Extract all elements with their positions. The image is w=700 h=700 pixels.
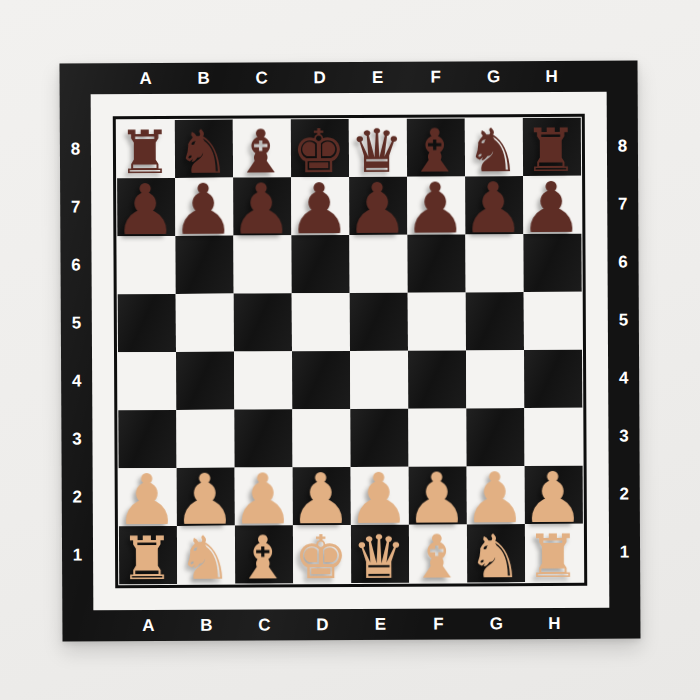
rank-label-3: 3: [608, 407, 639, 465]
file-label-A: A: [119, 610, 177, 641]
square-e7[interactable]: ♟: [349, 177, 407, 235]
square-d5[interactable]: [292, 293, 350, 351]
file-label-B: B: [177, 610, 235, 641]
square-d2[interactable]: ♟: [293, 467, 351, 525]
file-label-D: D: [290, 62, 348, 93]
piece-white-knight-g1[interactable]: ♞: [468, 526, 522, 586]
file-label-F: F: [409, 608, 467, 639]
square-g4[interactable]: [466, 350, 524, 408]
rank-label-2: 2: [62, 468, 93, 526]
rank-label-1: 1: [609, 523, 640, 581]
square-f2[interactable]: ♟: [409, 466, 467, 524]
file-labels-bottom: ABCDEFGH: [119, 608, 583, 641]
square-b4[interactable]: [176, 352, 234, 410]
piece-black-pawn-e7[interactable]: ♟: [346, 174, 409, 244]
square-d1[interactable]: ♚: [293, 525, 351, 583]
piece-black-pawn-g7[interactable]: ♟: [462, 173, 525, 243]
square-e5[interactable]: [350, 293, 408, 351]
square-h7[interactable]: ♟: [523, 176, 581, 234]
square-h2[interactable]: ♟: [525, 466, 583, 524]
rank-label-7: 7: [60, 178, 91, 236]
file-label-B: B: [174, 63, 232, 94]
square-a5[interactable]: [118, 294, 176, 352]
chess-board: ABCDEFGH ABCDEFGH 87654321 87654321 ♜♞♝♚…: [59, 60, 640, 641]
file-label-C: C: [235, 609, 293, 640]
piece-white-rook-h1[interactable]: ♜: [526, 526, 580, 586]
rank-label-4: 4: [608, 349, 639, 407]
piece-white-bishop-f1[interactable]: ♝: [410, 526, 464, 586]
piece-white-queen-e1[interactable]: ♛: [352, 527, 406, 587]
square-a2[interactable]: ♟: [119, 468, 177, 526]
rank-label-8: 8: [607, 117, 638, 175]
file-label-C: C: [232, 62, 290, 93]
piece-white-bishop-c1[interactable]: ♝: [236, 527, 290, 587]
piece-white-knight-b1[interactable]: ♞: [178, 528, 232, 588]
rank-label-3: 3: [61, 410, 92, 468]
square-g1[interactable]: ♞: [467, 524, 525, 582]
file-label-E: E: [351, 609, 409, 640]
square-c1[interactable]: ♝: [235, 525, 293, 583]
square-a4[interactable]: [118, 352, 176, 410]
rank-label-6: 6: [607, 233, 638, 291]
square-b5[interactable]: [176, 294, 234, 352]
square-f5[interactable]: [408, 292, 466, 350]
piece-white-rook-a1[interactable]: ♜: [120, 528, 174, 588]
rank-label-5: 5: [608, 291, 639, 349]
file-label-G: G: [467, 608, 525, 639]
file-label-E: E: [348, 62, 406, 93]
rank-label-2: 2: [609, 465, 640, 523]
square-e4[interactable]: [350, 351, 408, 409]
square-c5[interactable]: [234, 293, 292, 351]
square-d4[interactable]: [292, 351, 350, 409]
square-d7[interactable]: ♟: [291, 177, 349, 235]
photo-background: ABCDEFGH ABCDEFGH 87654321 87654321 ♜♞♝♚…: [0, 0, 700, 700]
rank-label-4: 4: [61, 352, 92, 410]
checkerboard-grid: ♜♞♝♚♛♝♞♜♟♟♟♟♟♟♟♟♟♟♟♟♟♟♟♟♜♞♝♚♛♝♞♜: [117, 118, 583, 584]
piece-black-pawn-a7[interactable]: ♟: [114, 175, 177, 245]
square-e2[interactable]: ♟: [351, 467, 409, 525]
square-c4[interactable]: [234, 351, 292, 409]
square-f4[interactable]: [408, 350, 466, 408]
rank-label-7: 7: [607, 175, 638, 233]
square-b7[interactable]: ♟: [175, 178, 233, 236]
rank-label-5: 5: [61, 294, 92, 352]
square-e1[interactable]: ♛: [351, 525, 409, 583]
file-label-A: A: [116, 63, 174, 94]
square-f7[interactable]: ♟: [407, 176, 465, 234]
piece-black-pawn-c7[interactable]: ♟: [230, 174, 293, 244]
square-a7[interactable]: ♟: [117, 178, 175, 236]
piece-black-pawn-f7[interactable]: ♟: [404, 173, 467, 243]
square-g5[interactable]: [466, 292, 524, 350]
file-label-H: H: [525, 608, 583, 639]
square-h5[interactable]: [524, 292, 582, 350]
square-c2[interactable]: ♟: [235, 467, 293, 525]
rank-labels-left: 87654321: [60, 120, 93, 584]
square-a1[interactable]: ♜: [119, 526, 177, 584]
square-h4[interactable]: [524, 350, 582, 408]
piece-black-pawn-d7[interactable]: ♟: [288, 174, 351, 244]
square-c7[interactable]: ♟: [233, 177, 291, 235]
rank-label-6: 6: [60, 236, 91, 294]
square-h1[interactable]: ♜: [525, 524, 583, 582]
rank-labels-right: 87654321: [607, 117, 640, 581]
file-label-H: H: [522, 61, 580, 92]
square-g2[interactable]: ♟: [467, 466, 525, 524]
piece-black-pawn-h7[interactable]: ♟: [520, 173, 583, 243]
rank-label-8: 8: [60, 120, 91, 178]
square-b1[interactable]: ♞: [177, 526, 235, 584]
piece-white-king-d1[interactable]: ♚: [294, 527, 348, 587]
piece-black-pawn-b7[interactable]: ♟: [172, 175, 235, 245]
square-f1[interactable]: ♝: [409, 524, 467, 582]
square-b2[interactable]: ♟: [177, 468, 235, 526]
file-labels-top: ABCDEFGH: [116, 61, 580, 94]
square-g7[interactable]: ♟: [465, 176, 523, 234]
file-label-F: F: [406, 61, 464, 92]
file-label-D: D: [293, 609, 351, 640]
rank-label-1: 1: [62, 526, 93, 584]
file-label-G: G: [464, 61, 522, 92]
